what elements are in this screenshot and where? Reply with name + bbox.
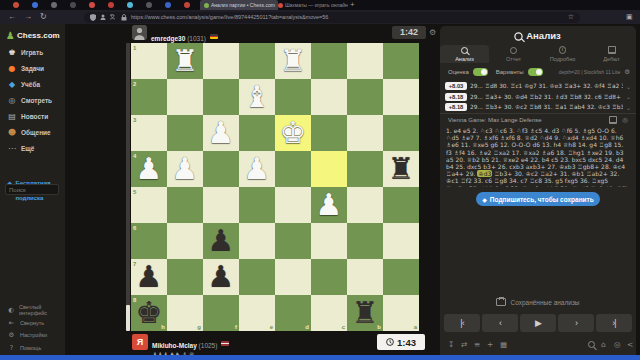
go-start-button[interactable]: |‹	[444, 314, 480, 332]
tab-Отчет[interactable]: Отчет	[489, 45, 538, 63]
square-h2[interactable]: 2	[131, 79, 167, 115]
sidebar-item-label: Общение	[21, 129, 51, 136]
chess-board[interactable]: 1♜♜2♝3♟♚♟4♟♟♜5♟6♟♟7♟♚8hgfedc♜ba	[131, 43, 419, 331]
lessons-icon: ◆	[7, 80, 17, 89]
divider	[440, 113, 636, 114]
active-tab-title: Анализ партии • Chess.com	[211, 2, 275, 8]
square-g7[interactable]	[167, 259, 203, 295]
expand-line-chevron-icon[interactable]: ⌄	[626, 104, 631, 111]
square-a6[interactable]	[383, 223, 419, 259]
bottom-player-clock: 1:43	[377, 334, 425, 350]
profile-icon[interactable]	[100, 14, 106, 20]
sidebar-item-Играть[interactable]: ♚Играть	[0, 44, 65, 60]
engine-info: depth=20 | Stockfish 11 Lite	[559, 69, 620, 75]
rank-label: 6	[133, 225, 136, 231]
sidebar-item-Новости[interactable]: ▤Новости	[0, 108, 65, 124]
white-piece-g1[interactable]: ♜	[167, 43, 203, 79]
analysis-tab-icon	[461, 47, 468, 54]
back-icon[interactable]: ←	[8, 10, 16, 24]
screen: Анализ партии • Chess.com Шахматы — игра…	[0, 0, 640, 360]
square-e5[interactable]	[239, 187, 275, 223]
second-browser-tab[interactable]: Шахматы — играть онлайн	[274, 0, 352, 10]
sidebar-item-label: Учёба	[21, 81, 40, 88]
square-g2[interactable]	[167, 79, 203, 115]
engine-line[interactable]: +8.1829... ♖b3+ 30. ♔c2 ♖b8 31. ♖a1 ♖ab4…	[445, 102, 631, 113]
sidebar-item-label: Светлый интерфейс	[19, 304, 65, 316]
rank-label: 3	[133, 117, 136, 123]
go-next-button[interactable]: ›	[558, 314, 594, 332]
taskbar-edge	[0, 355, 640, 360]
square-b3[interactable]	[347, 115, 383, 151]
pinned-tab-favicon[interactable]	[184, 2, 190, 8]
square-a7[interactable]	[383, 259, 419, 295]
sidebar-item-label: Смотреть	[21, 97, 52, 104]
square-c1[interactable]	[311, 43, 347, 79]
moves-list-icon[interactable]: ≡	[474, 340, 480, 349]
move-list[interactable]: 1. e4 e5 2. ♘c3 ♘c6 3. ♘f3 ♗c5 4. d3 ♘f6…	[446, 127, 630, 187]
rank-label: 7	[133, 261, 136, 267]
pinned-tab-favicon[interactable]	[89, 2, 95, 8]
panel-title: Анализ	[440, 30, 636, 41]
sidebar-item-label: Свернуть	[20, 320, 44, 326]
square-c7[interactable]	[311, 259, 347, 295]
square-e2[interactable]: ♝	[239, 79, 275, 115]
sidebar-item-Задачи[interactable]: ●Задачи	[0, 60, 65, 76]
square-f8[interactable]: f	[203, 295, 239, 331]
square-h6[interactable]: 6	[131, 223, 167, 259]
square-f7[interactable]: ♟	[203, 259, 239, 295]
sidebar-item-label: Помощь	[20, 345, 41, 351]
subscribe-save-button[interactable]: ◆ Подпишитесь, чтобы сохранить	[476, 192, 600, 206]
briefcase-icon	[496, 298, 506, 306]
square-b7[interactable]	[347, 259, 383, 295]
square-c3[interactable]	[311, 115, 347, 151]
square-d7[interactable]	[275, 259, 311, 295]
top-player-bar: emredge30 (1031) ♟♟♟♟♟ ♞♞ ♝♝ ♛ +5 1:42	[131, 24, 428, 42]
white-piece-g4[interactable]: ♟	[167, 151, 203, 187]
move-nav-buttons: |‹‹▶››|	[444, 314, 632, 332]
extensions-icon[interactable]: ▣	[626, 10, 633, 24]
square-e8[interactable]: e	[239, 295, 275, 331]
tab-Анализ[interactable]: Анализ	[440, 45, 489, 63]
eval-badge: +8.18	[445, 93, 467, 101]
report-tab-icon	[510, 47, 517, 54]
opening-name[interactable]: Vienna Game: Max Lange Defense	[448, 117, 542, 123]
details-tab-icon: i	[559, 46, 567, 54]
rank-label: 1	[133, 45, 136, 51]
pinned-tab-favicon[interactable]	[32, 2, 38, 8]
square-f3[interactable]: ♟	[203, 115, 239, 151]
square-a2[interactable]	[383, 79, 419, 115]
collapse-icon: ⇤	[7, 319, 16, 327]
bottom-player-flag	[221, 341, 229, 346]
square-h8[interactable]: ♚8h	[131, 295, 167, 331]
square-g4[interactable]: ♟	[167, 151, 203, 187]
url-text[interactable]: https://www.chess.com/analysis/game/live…	[131, 14, 564, 20]
square-d3[interactable]: ♚	[275, 115, 311, 151]
file-label: f	[235, 324, 237, 330]
focus-icon[interactable]: ◎	[614, 340, 621, 349]
white-piece-e2[interactable]: ♝	[239, 79, 275, 115]
file-label: b	[377, 324, 381, 330]
sidebar-item-Ещё[interactable]: ⋯Ещё	[0, 140, 65, 156]
square-e3[interactable]	[239, 115, 275, 151]
expand-line-chevron-icon[interactable]: ⌄	[626, 83, 631, 90]
square-e4[interactable]: ♟	[239, 151, 275, 187]
square-d4[interactable]	[275, 151, 311, 187]
engine-line[interactable]: +8.0329... ♖d8 30. ♖c1 ♔g7 31. ♔e3 ♖a3+ …	[445, 81, 631, 92]
file-label: g	[197, 324, 201, 330]
browser-tab-strip: Анализ партии • Chess.com Шахматы — игра…	[0, 0, 640, 10]
analysis-tabs: АнализОтчетiПодробноДебют	[440, 45, 636, 63]
square-g5[interactable]	[167, 187, 203, 223]
square-c6[interactable]	[311, 223, 347, 259]
puzzle-icon: ●	[7, 64, 17, 73]
current-move[interactable]: ♔d3	[477, 170, 492, 177]
search-icon[interactable]	[588, 340, 595, 349]
sidebar-item-Свернуть[interactable]: ⇤Свернуть	[0, 317, 65, 330]
square-g1[interactable]: ♜	[167, 43, 203, 79]
eval-bar	[126, 43, 130, 331]
browser-navbar: ← → ↻ https://www.chess.com/analysis/gam…	[0, 10, 640, 24]
add-icon[interactable]: +	[487, 340, 493, 349]
square-d8[interactable]: d	[275, 295, 311, 331]
flip-board-icon[interactable]: ⇄	[461, 340, 467, 349]
square-f4[interactable]	[203, 151, 239, 187]
black-piece-a4[interactable]: ♜	[383, 151, 419, 187]
tab-label: Дебют	[603, 56, 619, 62]
pinned-tab-favicon[interactable]	[108, 2, 114, 8]
go-end-button[interactable]: ›|	[596, 314, 632, 332]
white-piece-d1[interactable]: ♜	[275, 43, 311, 79]
square-f2[interactable]	[203, 79, 239, 115]
lines-toggle-label: Варианты	[496, 69, 524, 75]
black-piece-f6[interactable]: ♟	[203, 223, 239, 259]
file-label: a	[414, 324, 417, 330]
engine-line-moves[interactable]: 29... ♖a3+ 30. ♔d4 ♖b2 31. ♗d3 ♖b8 32. c…	[470, 94, 623, 100]
sidebar-item-label: Настройки	[20, 332, 47, 338]
analysis-magnifier-icon	[515, 32, 523, 40]
panel-toolbar: ↧⇄≡+▦⌂◎<	[440, 338, 636, 352]
square-f6[interactable]: ♟	[203, 223, 239, 259]
search-input[interactable]	[5, 184, 59, 195]
help-icon: ?	[7, 344, 16, 352]
pinned-tab-favicon[interactable]	[127, 2, 133, 8]
square-h1[interactable]: 1	[131, 43, 167, 79]
square-g8[interactable]: g	[167, 295, 203, 331]
square-h3[interactable]: 3	[131, 115, 167, 151]
bookmark-star-icon[interactable]: ☆	[568, 13, 574, 21]
square-a1[interactable]	[383, 43, 419, 79]
square-e7[interactable]	[239, 259, 275, 295]
tab-label: Подробно	[550, 56, 575, 62]
file-label: h	[161, 324, 165, 330]
file-label: d	[305, 324, 309, 330]
save-diamond-icon: ◆	[482, 196, 487, 203]
watch-icon: ◎	[7, 96, 17, 105]
translate-icon[interactable]	[110, 14, 117, 20]
square-a5[interactable]	[383, 187, 419, 223]
square-e6[interactable]	[239, 223, 275, 259]
square-b8[interactable]: ♜b	[347, 295, 383, 331]
sidebar-item-label: Новости	[21, 113, 48, 120]
share-icon[interactable]: <	[627, 340, 633, 349]
url-bar[interactable]: https://www.chess.com/analysis/game/live…	[84, 12, 580, 23]
square-e1[interactable]	[239, 43, 275, 79]
engine-controls: Оценка Варианты depth=20 | Stockfish 11 …	[448, 67, 630, 77]
square-d6[interactable]	[275, 223, 311, 259]
rank-label: 5	[133, 189, 136, 195]
chesscom-logo[interactable]: ♟ Chess.com	[6, 30, 60, 41]
square-b6[interactable]	[347, 223, 383, 259]
square-c4[interactable]	[311, 151, 347, 187]
engine-lines: +8.0329... ♖d8 30. ♖c1 ♔g7 31. ♔e3 ♖a3+ …	[445, 81, 631, 113]
file-label: c	[342, 324, 345, 330]
engine-line-moves[interactable]: 29... ♖b3+ 30. ♔c2 ♖b8 31. ♖a1 ♖ab4 32. …	[470, 104, 623, 110]
eval-badge: +8.03	[445, 82, 467, 90]
opening-tab-icon	[608, 46, 616, 54]
pinned-tab-favicon[interactable]	[146, 2, 152, 8]
rank-label: 8	[133, 297, 136, 303]
white-piece-h4[interactable]: ♟	[131, 151, 167, 187]
tab-Дебют[interactable]: Дебют	[587, 45, 636, 63]
rank-label: 2	[133, 81, 136, 87]
engine-settings-gear-icon[interactable]: ⚙	[624, 68, 630, 76]
sidebar-item-Настройки[interactable]: ⚙Настройки	[0, 329, 65, 342]
light-ui-icon: ◐	[7, 306, 15, 314]
play-king-icon: ♚	[7, 48, 17, 57]
pinned-tab-favicon[interactable]	[51, 2, 57, 8]
expand-line-chevron-icon[interactable]: ⌄	[626, 93, 631, 100]
active-browser-tab[interactable]: Анализ партии • Chess.com	[200, 0, 278, 10]
white-piece-c5[interactable]: ♟	[311, 187, 347, 223]
bottom-player-bar: Я Mikluho-Mclay (1025) ♟♟♟ ♞♞ ♝ ♛ 1:43	[131, 333, 428, 355]
sidebar-item-label: Задачи	[21, 65, 44, 72]
new-tab-button[interactable]: +	[350, 0, 355, 9]
square-f5[interactable]	[203, 187, 239, 223]
opening-book-icon[interactable]	[609, 116, 617, 124]
active-tab-favicon	[204, 3, 209, 8]
square-a8[interactable]: a	[383, 295, 419, 331]
saved-analyses-label: Сохранённые анализы	[510, 299, 579, 306]
settings-icon: ⚙	[7, 331, 16, 339]
second-tab-favicon	[278, 3, 283, 8]
eval-toggle-label: Оценка	[448, 69, 469, 75]
file-label: e	[270, 324, 273, 330]
news-icon: ▤	[7, 112, 17, 121]
square-h5[interactable]: 5	[131, 187, 167, 223]
sidebar-item-Светлый интерфейс[interactable]: ◐Светлый интерфейс	[0, 304, 65, 317]
square-g6[interactable]	[167, 223, 203, 259]
pinned-tab-favicon[interactable]	[70, 2, 76, 8]
download-icon[interactable]: ↧	[448, 340, 454, 349]
square-h4[interactable]: ♟4	[131, 151, 167, 187]
pinned-tab-favicon[interactable]	[165, 2, 171, 8]
square-a3[interactable]	[383, 115, 419, 151]
go-back-button[interactable]: ‹	[482, 314, 518, 332]
square-d1[interactable]: ♜	[275, 43, 311, 79]
engine-line-moves[interactable]: 29... ♖d8 30. ♖c1 ♔g7 31. ♔e3 ♖a3+ 32. ♔…	[470, 83, 623, 89]
reload-icon[interactable]: ↻	[40, 10, 47, 24]
black-piece-f7[interactable]: ♟	[203, 259, 239, 295]
sidebar-item-label: Играть	[21, 49, 43, 56]
square-b5[interactable]	[347, 187, 383, 223]
more-icon: ⋯	[7, 144, 17, 153]
bottom-player-rating: (1025)	[199, 342, 218, 349]
top-player-avatar[interactable]	[132, 25, 147, 40]
square-c5[interactable]: ♟	[311, 187, 347, 223]
eval-toggle[interactable]	[473, 68, 488, 76]
pinned-tab-favicon[interactable]	[13, 2, 19, 8]
white-piece-e4[interactable]: ♟	[239, 151, 275, 187]
sidebar-item-Учёба[interactable]: ◆Учёба	[0, 76, 65, 92]
classroom-icon[interactable]: ⌂	[601, 340, 606, 349]
opening-row: Vienna Game: Max Lange Defense ◎	[448, 116, 628, 124]
sidebar: ♟ Chess.com ♚Играть●Задачи◆Учёба◎Смотрет…	[0, 24, 65, 355]
sidebar-item-label: Ещё	[21, 145, 34, 152]
logo-pawn-icon: ♟	[6, 30, 15, 41]
square-f1[interactable]	[203, 43, 239, 79]
square-b4[interactable]	[347, 151, 383, 187]
saved-analyses-row[interactable]: Сохранённые анализы	[440, 298, 636, 306]
sidebar-item-Общение[interactable]: ☻Общение	[0, 124, 65, 140]
clock-icon	[386, 338, 394, 346]
social-icon: ☻	[7, 128, 17, 137]
white-piece-d3[interactable]: ♚	[275, 115, 311, 151]
board-settings-gear-icon[interactable]: ⚙	[429, 28, 436, 37]
sidebar-item-Смотреть[interactable]: ◎Смотреть	[0, 92, 65, 108]
square-a4[interactable]: ♜	[383, 151, 419, 187]
sidebar-item-Помощь[interactable]: ?Помощь	[0, 342, 65, 355]
eval-badge: +8.18	[445, 103, 467, 111]
sidebar-nav: ♚Играть●Задачи◆Учёба◎Смотреть▤Новости☻Об…	[0, 44, 65, 156]
tab-Подробно[interactable]: iПодробно	[538, 45, 587, 63]
play-button[interactable]: ▶	[520, 314, 556, 332]
setup-board-icon[interactable]: ▦	[500, 340, 507, 349]
square-d5[interactable]	[275, 187, 311, 223]
shield-icon[interactable]	[90, 14, 96, 21]
forward-icon[interactable]: →	[24, 10, 32, 24]
analysis-panel: Анализ АнализОтчетiПодробноДебют Оценка …	[440, 26, 636, 355]
bottom-player-avatar[interactable]: Я	[132, 334, 148, 350]
square-h7[interactable]: ♟7	[131, 259, 167, 295]
black-piece-h7[interactable]: ♟	[131, 259, 167, 295]
lock-icon	[121, 14, 127, 21]
engine-line[interactable]: +8.1829... ♖a3+ 30. ♔d4 ♖b2 31. ♗d3 ♖b8 …	[445, 92, 631, 103]
tab-label: Анализ	[455, 56, 474, 62]
lines-toggle[interactable]	[528, 68, 543, 76]
opening-focus-icon[interactable]: ◎	[622, 116, 628, 124]
rank-label: 4	[133, 153, 136, 159]
second-tab-title: Шахматы — играть онлайн	[285, 2, 348, 8]
square-g3[interactable]	[167, 115, 203, 151]
square-d2[interactable]	[275, 79, 311, 115]
square-c8[interactable]: c	[311, 295, 347, 331]
top-player-clock: 1:42	[392, 26, 426, 39]
white-piece-f3[interactable]: ♟	[203, 115, 239, 151]
square-c2[interactable]	[311, 79, 347, 115]
tab-label: Отчет	[506, 56, 521, 62]
logo-text: Chess.com	[17, 31, 60, 40]
square-b1[interactable]	[347, 43, 383, 79]
square-b2[interactable]	[347, 79, 383, 115]
sidebar-footer: ◐Светлый интерфейс⇤Свернуть⚙Настройки?По…	[0, 304, 65, 354]
